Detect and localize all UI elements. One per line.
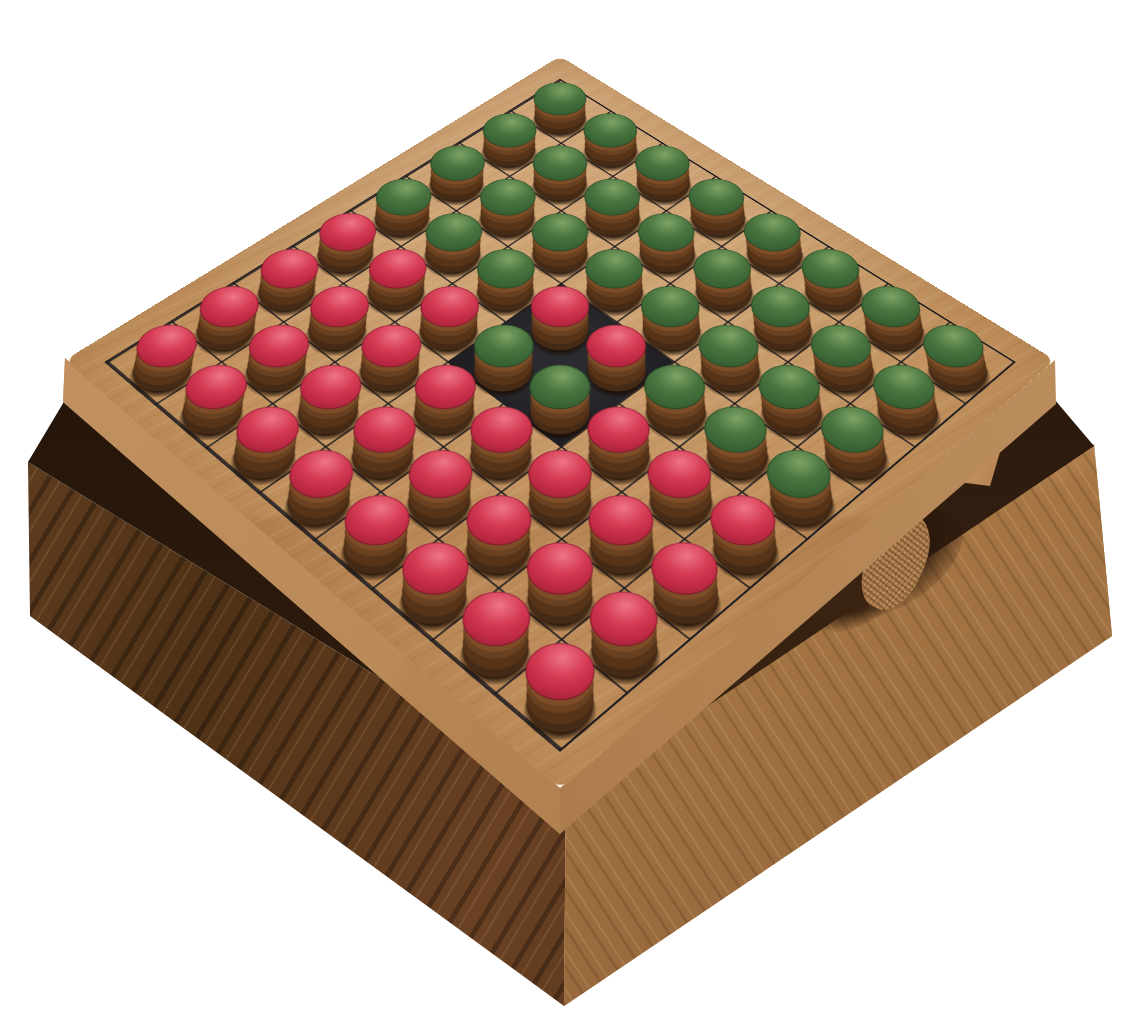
product-photo-stage (0, 0, 1121, 1024)
